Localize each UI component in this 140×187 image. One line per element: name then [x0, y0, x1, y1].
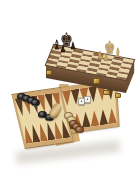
board-hinge-right — [115, 93, 121, 98]
brown-checker — [75, 126, 84, 133]
case-clasp-center — [93, 78, 100, 84]
backgammon-point — [107, 107, 117, 124]
black-checker — [31, 99, 40, 106]
case-clasp-left — [46, 70, 52, 75]
dark-pawn-piece: ♟ — [59, 44, 67, 54]
backgammon-point — [90, 110, 100, 127]
board-hinge-left — [103, 90, 110, 95]
backgammon-point — [98, 109, 108, 126]
die — [84, 96, 91, 103]
dark-pawn-piece: ♟ — [69, 41, 77, 51]
product-photo-scene: ♝♚♟♟♟♟♚♝ — [0, 0, 140, 187]
light-bishop-piece: ♝ — [112, 46, 122, 59]
backgammon-point — [21, 125, 33, 144]
backgammon-point — [81, 111, 91, 128]
